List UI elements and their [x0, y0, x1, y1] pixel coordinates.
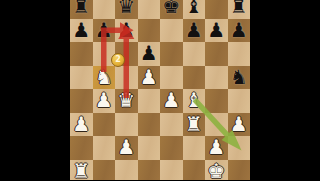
square-a5[interactable] [70, 66, 93, 90]
square-h6[interactable] [228, 42, 251, 66]
square-c3[interactable] [115, 113, 138, 137]
square-b8[interactable] [93, 0, 116, 19]
square-b1[interactable] [93, 160, 116, 181]
piece-white-queen-c4: ♛ [117, 89, 135, 113]
move-badge: 2 [111, 53, 125, 67]
square-g5[interactable] [205, 66, 228, 90]
square-a8[interactable]: ♜ [70, 0, 93, 19]
piece-white-pawn-e4: ♟ [162, 89, 180, 113]
letterbox-right [250, 0, 320, 180]
square-c8[interactable]: ♛ [115, 0, 138, 19]
square-f2[interactable] [183, 136, 206, 160]
square-d4[interactable] [138, 89, 161, 113]
square-d6[interactable]: ♟ [138, 42, 161, 66]
piece-black-bishop-f8: ♝ [185, 0, 203, 19]
piece-white-knight-b5: ♞ [95, 66, 113, 90]
piece-black-pawn-g7: ♟ [207, 19, 225, 43]
square-g4[interactable] [205, 89, 228, 113]
piece-black-pawn-h7: ♟ [230, 19, 248, 43]
piece-white-pawn-d5: ♟ [140, 66, 158, 90]
piece-white-rook-a1: ♜ [72, 160, 90, 181]
piece-white-pawn-h3: ♟ [230, 113, 248, 137]
square-c2[interactable]: ♟ [115, 136, 138, 160]
square-c4[interactable]: ♛ [115, 89, 138, 113]
piece-white-king-g1: ♚ [207, 160, 225, 181]
square-c5[interactable] [115, 66, 138, 90]
square-h7[interactable]: ♟ [228, 19, 251, 43]
square-a4[interactable] [70, 89, 93, 113]
square-a2[interactable] [70, 136, 93, 160]
piece-black-pawn-b7: ♟ [95, 19, 113, 43]
chess-board: ♜♛♚♝♜♟♟♟♟♟♟♟♞♟♞♟♛♟♝♟♜♟♟♟♜♚ [70, 0, 250, 180]
square-g3[interactable] [205, 113, 228, 137]
piece-white-pawn-c2: ♟ [117, 136, 135, 160]
square-h3[interactable]: ♟ [228, 113, 251, 137]
square-d5[interactable]: ♟ [138, 66, 161, 90]
piece-white-pawn-a3: ♟ [72, 113, 90, 137]
piece-black-pawn-a7: ♟ [72, 19, 90, 43]
square-e4[interactable]: ♟ [160, 89, 183, 113]
square-a6[interactable] [70, 42, 93, 66]
piece-black-pawn-f7: ♟ [185, 19, 203, 43]
square-e1[interactable] [160, 160, 183, 181]
piece-white-pawn-g2: ♟ [207, 136, 225, 160]
square-f4[interactable]: ♝ [183, 89, 206, 113]
square-h1[interactable] [228, 160, 251, 181]
square-g7[interactable]: ♟ [205, 19, 228, 43]
piece-black-queen-c8: ♛ [117, 0, 135, 19]
square-g8[interactable] [205, 0, 228, 19]
piece-black-pawn-c7: ♟ [117, 19, 135, 43]
square-f7[interactable]: ♟ [183, 19, 206, 43]
square-a3[interactable]: ♟ [70, 113, 93, 137]
square-e2[interactable] [160, 136, 183, 160]
square-g6[interactable] [205, 42, 228, 66]
square-e8[interactable]: ♚ [160, 0, 183, 19]
square-b5[interactable]: ♞ [93, 66, 116, 90]
letterbox-left [0, 0, 70, 180]
square-e3[interactable] [160, 113, 183, 137]
square-b3[interactable] [93, 113, 116, 137]
piece-black-pawn-d6: ♟ [140, 42, 158, 66]
square-d1[interactable] [138, 160, 161, 181]
square-f8[interactable]: ♝ [183, 0, 206, 19]
piece-white-bishop-f4: ♝ [185, 89, 203, 113]
square-e7[interactable] [160, 19, 183, 43]
piece-black-rook-h8: ♜ [230, 0, 248, 19]
piece-black-king-e8: ♚ [162, 0, 180, 19]
square-h2[interactable] [228, 136, 251, 160]
square-e5[interactable] [160, 66, 183, 90]
square-d7[interactable] [138, 19, 161, 43]
square-g2[interactable]: ♟ [205, 136, 228, 160]
square-a1[interactable]: ♜ [70, 160, 93, 181]
square-c1[interactable] [115, 160, 138, 181]
piece-white-rook-f3: ♜ [185, 113, 203, 137]
square-f5[interactable] [183, 66, 206, 90]
square-d8[interactable] [138, 0, 161, 19]
square-h8[interactable]: ♜ [228, 0, 251, 19]
square-e6[interactable] [160, 42, 183, 66]
square-h5[interactable]: ♞ [228, 66, 251, 90]
square-c7[interactable]: ♟ [115, 19, 138, 43]
piece-white-pawn-b4: ♟ [95, 89, 113, 113]
square-f3[interactable]: ♜ [183, 113, 206, 137]
square-g1[interactable]: ♚ [205, 160, 228, 181]
square-d3[interactable] [138, 113, 161, 137]
piece-black-rook-a8: ♜ [72, 0, 90, 19]
square-a7[interactable]: ♟ [70, 19, 93, 43]
square-b7[interactable]: ♟ [93, 19, 116, 43]
piece-black-knight-h5: ♞ [230, 66, 248, 90]
square-f1[interactable] [183, 160, 206, 181]
square-d2[interactable] [138, 136, 161, 160]
square-b4[interactable]: ♟ [93, 89, 116, 113]
square-f6[interactable] [183, 42, 206, 66]
square-h4[interactable] [228, 89, 251, 113]
square-b2[interactable] [93, 136, 116, 160]
